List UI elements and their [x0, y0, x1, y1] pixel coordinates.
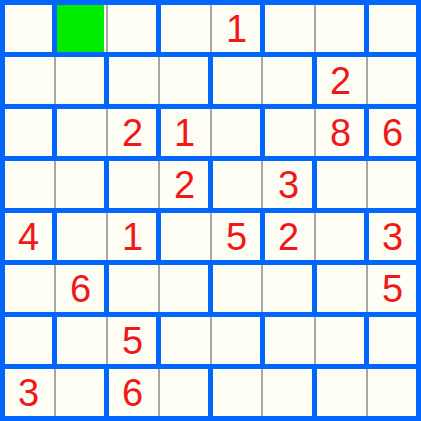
cell-r2c5[interactable] [265, 109, 312, 156]
cell-r3c1[interactable] [57, 161, 104, 208]
cell-r0c0[interactable] [5, 5, 52, 52]
grid-line-vertical-gray [364, 369, 369, 416]
grid-line-vertical-gray [260, 265, 265, 312]
cell-r2c3[interactable]: 1 [161, 109, 208, 156]
cell-r2c7[interactable]: 6 [369, 109, 416, 156]
cell-r6c5[interactable] [265, 317, 312, 364]
cell-r5c0[interactable] [5, 265, 52, 312]
cell-r3c7[interactable] [369, 161, 416, 208]
grid-line-vertical-gray [312, 5, 317, 52]
cell-r6c1[interactable] [57, 317, 104, 364]
grid-line-vertical-gray [364, 161, 369, 208]
cell-r5c6[interactable] [317, 265, 364, 312]
grid-line-vertical-gray [156, 57, 161, 104]
cell-r4c0[interactable]: 4 [5, 213, 52, 260]
grid-line-vertical-gray [104, 5, 109, 52]
cell-r3c6[interactable] [317, 161, 364, 208]
grid-line-vertical-gray [208, 317, 213, 364]
grid-line-vertical-gray [208, 5, 213, 52]
cell-r7c5[interactable] [265, 369, 312, 416]
puzzle-board: 122186234152365536 [0, 0, 421, 421]
cell-r7c2[interactable]: 6 [109, 369, 156, 416]
cell-r7c6[interactable] [317, 369, 364, 416]
grid-line-vertical-gray [156, 265, 161, 312]
cell-r1c3[interactable] [161, 57, 208, 104]
cell-r1c2[interactable] [109, 57, 156, 104]
cell-r1c5[interactable] [265, 57, 312, 104]
cell-r5c7[interactable]: 5 [369, 265, 416, 312]
cell-r2c6[interactable]: 8 [317, 109, 364, 156]
grid-line-vertical-gray [260, 161, 265, 208]
cell-r4c4[interactable]: 5 [213, 213, 260, 260]
grid-line-vertical-gray [312, 317, 317, 364]
grid-line-vertical-gray [52, 161, 57, 208]
cell-r1c0[interactable] [5, 57, 52, 104]
grid-line-vertical-gray [208, 213, 213, 260]
cell-r5c2[interactable] [109, 265, 156, 312]
grid-line-vertical-gray [52, 369, 57, 416]
selected-cell-r0c1[interactable] [57, 5, 104, 52]
cell-r0c3[interactable] [161, 5, 208, 52]
grid-line-vertical-gray [364, 57, 369, 104]
grid-line-vertical-gray [104, 317, 109, 364]
cell-r2c1[interactable] [57, 109, 104, 156]
cell-r7c4[interactable] [213, 369, 260, 416]
cell-r2c2[interactable]: 2 [109, 109, 156, 156]
grid-line-vertical-gray [52, 265, 57, 312]
grid-line-vertical-gray [312, 213, 317, 260]
cell-r6c2[interactable]: 5 [109, 317, 156, 364]
grid-line-vertical-gray [104, 213, 109, 260]
cell-r0c6[interactable] [317, 5, 364, 52]
cell-r1c7[interactable] [369, 57, 416, 104]
cell-r4c5[interactable]: 2 [265, 213, 312, 260]
cell-r6c6[interactable] [317, 317, 364, 364]
cell-r7c3[interactable] [161, 369, 208, 416]
cell-r5c3[interactable] [161, 265, 208, 312]
cell-r1c1[interactable] [57, 57, 104, 104]
cell-r4c1[interactable] [57, 213, 104, 260]
cell-r1c4[interactable] [213, 57, 260, 104]
cell-r4c7[interactable]: 3 [369, 213, 416, 260]
grid-line-vertical-gray [312, 109, 317, 156]
cell-r0c5[interactable] [265, 5, 312, 52]
grid-line-vertical-gray [156, 369, 161, 416]
grid-line-vertical-gray [52, 57, 57, 104]
grid-line-vertical-gray [104, 109, 109, 156]
cell-r6c0[interactable] [5, 317, 52, 364]
cell-r3c3[interactable]: 2 [161, 161, 208, 208]
cell-r3c5[interactable]: 3 [265, 161, 312, 208]
cell-r5c4[interactable] [213, 265, 260, 312]
cell-r0c7[interactable] [369, 5, 416, 52]
cell-r5c5[interactable] [265, 265, 312, 312]
cell-r6c4[interactable] [213, 317, 260, 364]
cell-r3c4[interactable] [213, 161, 260, 208]
cell-r4c2[interactable]: 1 [109, 213, 156, 260]
cell-r2c4[interactable] [213, 109, 260, 156]
cell-r7c7[interactable] [369, 369, 416, 416]
cell-r1c6[interactable]: 2 [317, 57, 364, 104]
cell-r3c0[interactable] [5, 161, 52, 208]
cell-r6c3[interactable] [161, 317, 208, 364]
grid-line-vertical-gray [260, 57, 265, 104]
cell-r4c6[interactable] [317, 213, 364, 260]
grid-line-vertical-gray [208, 109, 213, 156]
cell-r6c7[interactable] [369, 317, 416, 364]
cell-r7c0[interactable]: 3 [5, 369, 52, 416]
cell-r0c2[interactable] [109, 5, 156, 52]
grid-line-vertical-gray [260, 369, 265, 416]
cell-r7c1[interactable] [57, 369, 104, 416]
grid-line-vertical-gray [156, 161, 161, 208]
grid-line-vertical-gray [364, 265, 369, 312]
cell-r0c4[interactable]: 1 [213, 5, 260, 52]
cell-r3c2[interactable] [109, 161, 156, 208]
cell-r4c3[interactable] [161, 213, 208, 260]
cell-r5c1[interactable]: 6 [57, 265, 104, 312]
cell-r2c0[interactable] [5, 109, 52, 156]
